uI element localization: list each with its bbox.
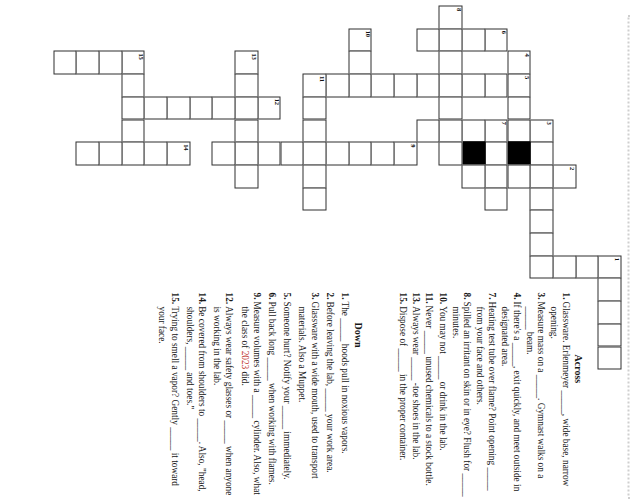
grid-cell-r5c5[interactable]: 7 (484, 119, 508, 143)
grid-cell-r4c2[interactable]: 4 (507, 50, 531, 74)
grid-cell-r16c2[interactable]: 13 (234, 50, 258, 74)
grid-cell-r4c7[interactable] (507, 164, 531, 188)
grid-cell-r21c5[interactable] (121, 119, 145, 143)
clue-number-7: 7 (500, 121, 507, 124)
grid-cell-r13c5[interactable] (302, 119, 326, 143)
clue-number-11: 11 (318, 76, 325, 82)
across-clue-11: 11.Never _____ unused chemicals to a sto… (422, 292, 434, 499)
grid-cell-r17c4[interactable] (211, 96, 235, 120)
clue-number-9: 9 (409, 144, 416, 147)
across-clue-15: 15.Dispose of _____ in the proper contai… (396, 292, 408, 499)
across-clue-3: 3.Measure mass on a _____. Gymnast walks… (522, 292, 545, 499)
grid-cell-r0c15[interactable] (597, 346, 621, 370)
grid-cell-r5c8[interactable] (484, 187, 508, 211)
grid-cell-r6c7[interactable] (461, 164, 485, 188)
down-clue-9: 9.Measure volumes with a _____ cylinder.… (237, 292, 261, 501)
grid-cell-r7c6[interactable] (438, 141, 462, 165)
clue-number-6: 6 (500, 30, 507, 33)
grid-cell-r7c5[interactable] (438, 119, 462, 143)
clue-number-10: 10 (364, 30, 371, 36)
grid-cell-r24c2[interactable] (53, 50, 77, 74)
clue-number-8: 8 (455, 8, 462, 11)
grid-cell-r23c6[interactable] (75, 141, 99, 165)
grid-cell-r4c4[interactable] (507, 96, 531, 120)
screenshot: 123456789101112131415 Across 1.Glassware… (0, 0, 635, 504)
down-clue-3: 3.Glassware with a wide mouth, used to t… (295, 292, 319, 501)
grid-cell-r6c5[interactable] (461, 119, 485, 143)
grid-cell-r17c6[interactable] (211, 141, 235, 165)
grid-cell-r3c6[interactable] (529, 141, 553, 165)
clue-number-3: 3 (545, 121, 552, 124)
grid-cell-r5c6[interactable] (484, 141, 508, 165)
down-clue-list: 1.The _____ hoods pull in noxious vapors… (155, 292, 350, 501)
grid-cell-r21c3[interactable] (121, 73, 145, 97)
black-cell (461, 141, 485, 165)
down-heading: Down (351, 322, 363, 501)
across-clue-1: 1.Glassware. Erlenmeyer _____, wide base… (547, 292, 570, 499)
down-clue-14: 14.Be covered from shoulders to _____. A… (183, 292, 207, 501)
grid-cell-r8c5[interactable] (416, 119, 440, 143)
grid-cell-r0c12[interactable] (597, 277, 621, 301)
across-clue-4: 4.If there's a _____, exit quickly, and … (497, 292, 520, 499)
red-highlight-text: 2023 (239, 350, 249, 369)
grid-cell-r22c6[interactable] (98, 141, 122, 165)
grid-cell-r7c1[interactable] (438, 28, 462, 52)
black-cell (507, 141, 531, 165)
across-clue-7: 7.Heating test tube over flame? Point op… (473, 292, 496, 499)
grid-cell-r4c5[interactable] (507, 119, 531, 143)
clue-number-12: 12 (273, 98, 280, 104)
grid-cell-r13c7[interactable] (302, 164, 326, 188)
across-clue-8: 8.Spilled an irritant on skin or in eye?… (448, 292, 471, 499)
across-clues-section: Across 1.Glassware. Erlenmeyer _____, wi… (394, 292, 583, 499)
grid-cell-r16c3[interactable] (234, 73, 258, 97)
grid-cell-r16c4[interactable] (234, 96, 258, 120)
grid-cell-r8c3[interactable] (416, 73, 440, 97)
clue-number-4: 4 (523, 53, 530, 56)
clue-number-15: 15 (137, 53, 144, 59)
down-clue-5: 5.Someone hurt? Notify your _____ immedi… (280, 292, 292, 501)
grid-cell-r9c6[interactable]: 9 (393, 141, 417, 165)
grid-cell-r10c6[interactable] (370, 141, 394, 165)
grid-cell-r7c4[interactable] (438, 96, 462, 120)
grid-cell-r0c11[interactable]: 1 (597, 255, 621, 279)
grid-cell-r18c4[interactable] (189, 96, 213, 120)
grid-cell-r9c3[interactable] (393, 73, 417, 97)
grid-cell-r11c2[interactable] (348, 50, 372, 74)
grid-cell-r21c4[interactable] (121, 96, 145, 120)
across-clue-13: 13.Always wear _____ -toe shoes in the l… (409, 292, 421, 499)
grid-cell-r7c3[interactable] (438, 73, 462, 97)
grid-cell-r7c0[interactable]: 8 (438, 5, 462, 29)
grid-cell-r4c3[interactable]: 5 (507, 73, 531, 97)
down-clue-6: 6.Pull back long _____ when working with… (265, 292, 277, 501)
grid-cell-r19c6[interactable]: 14 (166, 141, 190, 165)
grid-cell-r11c3[interactable] (348, 73, 372, 97)
grid-cell-r3c8[interactable] (529, 187, 553, 211)
grid-cell-r0c13[interactable] (597, 300, 621, 324)
grid-cell-r13c4[interactable] (302, 96, 326, 120)
grid-cell-r16c7[interactable] (234, 164, 258, 188)
grid-cell-r21c6[interactable] (121, 141, 145, 165)
grid-cell-r14c6[interactable] (280, 141, 304, 165)
grid-cell-r0c14[interactable] (597, 323, 621, 347)
grid-cell-r3c10[interactable] (529, 232, 553, 256)
grid-cell-r13c8[interactable] (302, 187, 326, 211)
clue-number-5: 5 (523, 76, 530, 79)
worksheet-page: 123456789101112131415 Across 1.Glassware… (0, 0, 635, 504)
grid-cell-r3c5[interactable]: 3 (529, 119, 553, 143)
down-clues-section: Down 1.The _____ hoods pull in noxious v… (152, 292, 363, 501)
grid-cell-r5c7[interactable] (484, 164, 508, 188)
grid-cell-r5c1[interactable]: 6 (484, 28, 508, 52)
grid-cell-r1c11[interactable] (575, 255, 599, 279)
clue-number-13: 13 (250, 53, 257, 59)
grid-cell-r11c6[interactable] (348, 141, 372, 165)
grid-cell-r16c6[interactable] (234, 141, 258, 165)
down-clue-1: 1.The _____ hoods pull in noxious vapors… (338, 292, 350, 501)
across-clue-10: 10.You may not _____ or drink in the lab… (435, 292, 447, 499)
grid-cell-r2c11[interactable] (552, 255, 576, 279)
grid-cell-r3c11[interactable] (529, 255, 553, 279)
grid-cell-r23c2[interactable] (75, 50, 99, 74)
grid-cell-r10c3[interactable] (370, 73, 394, 97)
grid-cell-r6c3[interactable] (461, 73, 485, 97)
across-heading: Across (571, 354, 583, 499)
grid-cell-r19c4[interactable] (166, 96, 190, 120)
grid-cell-r8c1[interactable] (416, 28, 440, 52)
down-clue-15: 15.Trying to smell a vapor? Gently _____… (155, 292, 179, 501)
grid-cell-r7c2[interactable] (438, 50, 462, 74)
down-clue-12: 12.Always wear safety glasses or _____ w… (210, 292, 234, 501)
across-clue-list: 1.Glassware. Erlenmeyer _____, wide base… (396, 292, 570, 499)
grid-cell-r15c4[interactable]: 12 (257, 96, 281, 120)
grid-cell-r22c2[interactable] (98, 50, 122, 74)
grid-cell-r13c3[interactable]: 11 (302, 73, 326, 97)
clue-number-1: 1 (614, 257, 621, 260)
grid-cell-r13c6[interactable] (302, 141, 326, 165)
grid-cell-r20c6[interactable] (143, 141, 167, 165)
grid-cell-r6c1[interactable] (461, 28, 485, 52)
grid-cell-r16c5[interactable] (234, 119, 258, 143)
grid-cell-r2c7[interactable]: 2 (552, 164, 576, 188)
grid-cell-r12c3[interactable] (325, 73, 349, 97)
grid-cell-r11c1[interactable]: 10 (348, 28, 372, 52)
grid-cell-r21c2[interactable]: 15 (121, 50, 145, 74)
grid-cell-r3c9[interactable] (529, 209, 553, 233)
clue-number-14: 14 (182, 144, 189, 150)
grid-cell-r12c6[interactable] (325, 141, 349, 165)
grid-cell-r5c3[interactable] (484, 73, 508, 97)
grid-cell-r20c4[interactable] (143, 96, 167, 120)
clue-number-2: 2 (568, 166, 575, 169)
down-clue-2: 2.Before leaving the lab, _____ your wor… (323, 292, 335, 501)
grid-cell-r15c6[interactable] (257, 141, 281, 165)
grid-cell-r3c7[interactable] (529, 164, 553, 188)
